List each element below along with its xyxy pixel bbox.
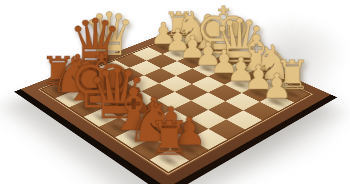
product-photo-canvas: ♜♞♝♛♚♝♞♜♟♟♟♟♟♟♟♟♟♟♟♟♟♟♟♟♜♞♝♛♚♝♞♜♛♛ — [0, 0, 350, 184]
light-pawn-glyph: ♟ — [261, 69, 292, 104]
red-rook-glyph: ♜ — [148, 114, 191, 162]
chess-board: ♜♞♝♛♚♝♞♜♟♟♟♟♟♟♟♟♟♟♟♟♟♟♟♟♜♞♝♛♚♝♞♜♛♛ — [14, 27, 337, 184]
perspective-scene: ♜♞♝♛♚♝♞♜♟♟♟♟♟♟♟♟♟♟♟♟♟♟♟♟♜♞♝♛♚♝♞♜♛♛ — [0, 0, 350, 184]
piece-layer: ♜♞♝♛♚♝♞♜♟♟♟♟♟♟♟♟♟♟♟♟♟♟♟♟♜♞♝♛♚♝♞♜♛♛ — [42, 35, 309, 172]
